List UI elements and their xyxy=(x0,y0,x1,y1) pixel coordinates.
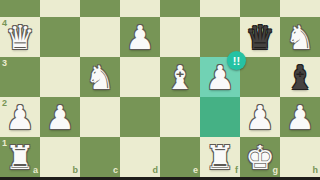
piece-white-pawn-d4[interactable]: ♟ xyxy=(120,17,160,57)
piece-white-bishop-e3[interactable]: ♝ xyxy=(160,57,200,97)
chess-board-viewport: 4♛♟♛♞3♞♝♟♝2♟♟♟♟1a♜bcdef♜g♚h !! xyxy=(0,0,320,180)
square-b1[interactable]: b xyxy=(40,137,80,177)
square-h1[interactable]: h xyxy=(280,137,320,177)
square-e2[interactable] xyxy=(160,97,200,137)
square-b3[interactable] xyxy=(40,57,80,97)
file-label-d: d xyxy=(153,166,159,175)
square-g5[interactable] xyxy=(240,0,280,17)
square-f5[interactable] xyxy=(200,0,240,17)
square-b2[interactable]: ♟ xyxy=(40,97,80,137)
piece-white-pawn-b2[interactable]: ♟ xyxy=(40,97,80,137)
square-d4[interactable]: ♟ xyxy=(120,17,160,57)
square-g3[interactable] xyxy=(240,57,280,97)
square-b4[interactable] xyxy=(40,17,80,57)
square-b5[interactable] xyxy=(40,0,80,17)
rank-label-3: 3 xyxy=(2,59,7,68)
square-d1[interactable]: d xyxy=(120,137,160,177)
piece-black-queen-g4[interactable]: ♛ xyxy=(240,17,280,57)
chess-board[interactable]: 4♛♟♛♞3♞♝♟♝2♟♟♟♟1a♜bcdef♜g♚h xyxy=(0,0,320,177)
square-e5[interactable] xyxy=(160,0,200,17)
square-c3[interactable]: ♞ xyxy=(80,57,120,97)
square-d5[interactable] xyxy=(120,0,160,17)
square-d3[interactable] xyxy=(120,57,160,97)
square-d2[interactable] xyxy=(120,97,160,137)
piece-white-pawn-h2[interactable]: ♟ xyxy=(280,97,320,137)
file-label-a: a xyxy=(33,166,38,175)
piece-white-pawn-g2[interactable]: ♟ xyxy=(240,97,280,137)
piece-white-rook-f1[interactable]: ♜ xyxy=(200,137,240,177)
brilliant-badge-text: !! xyxy=(233,55,240,67)
piece-white-knight-h4[interactable]: ♞ xyxy=(280,17,320,57)
square-a3[interactable]: 3 xyxy=(0,57,40,97)
square-g2[interactable]: ♟ xyxy=(240,97,280,137)
piece-black-bishop-h3[interactable]: ♝ xyxy=(280,57,320,97)
piece-white-knight-c3[interactable]: ♞ xyxy=(80,57,120,97)
brilliant-move-badge: !! xyxy=(227,51,246,70)
square-c5[interactable] xyxy=(80,0,120,17)
square-h3[interactable]: ♝ xyxy=(280,57,320,97)
rank-label-2: 2 xyxy=(2,99,7,108)
file-label-g: g xyxy=(273,166,279,175)
square-h2[interactable]: ♟ xyxy=(280,97,320,137)
square-g1[interactable]: g♚ xyxy=(240,137,280,177)
square-h4[interactable]: ♞ xyxy=(280,17,320,57)
square-f2[interactable] xyxy=(200,97,240,137)
square-c4[interactable] xyxy=(80,17,120,57)
square-a5[interactable] xyxy=(0,0,40,17)
square-c1[interactable]: c xyxy=(80,137,120,177)
rank-label-4: 4 xyxy=(2,19,7,28)
square-h5[interactable] xyxy=(280,0,320,17)
square-a2[interactable]: 2♟ xyxy=(0,97,40,137)
brilliant-highlight-f2 xyxy=(200,97,240,137)
file-label-h: h xyxy=(313,166,319,175)
file-label-b: b xyxy=(73,166,79,175)
square-e3[interactable]: ♝ xyxy=(160,57,200,97)
square-c2[interactable] xyxy=(80,97,120,137)
rank-label-1: 1 xyxy=(2,139,7,148)
square-g4[interactable]: ♛ xyxy=(240,17,280,57)
file-label-f: f xyxy=(235,166,238,175)
square-f1[interactable]: f♜ xyxy=(200,137,240,177)
square-a1[interactable]: 1a♜ xyxy=(0,137,40,177)
square-e4[interactable] xyxy=(160,17,200,57)
file-label-e: e xyxy=(193,166,198,175)
square-a4[interactable]: 4♛ xyxy=(0,17,40,57)
square-e1[interactable]: e xyxy=(160,137,200,177)
file-label-c: c xyxy=(113,166,118,175)
